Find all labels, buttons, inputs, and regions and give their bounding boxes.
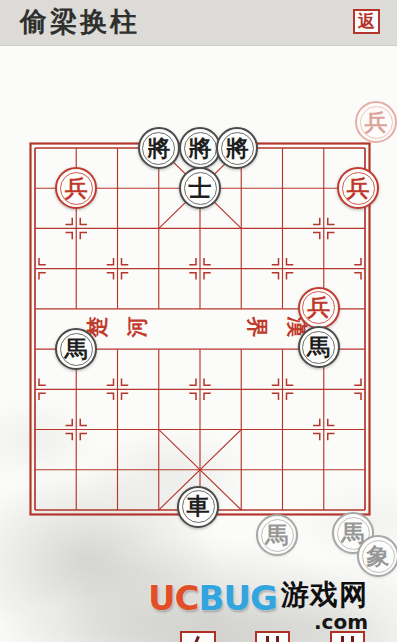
piece-兵-red[interactable]: 兵 [337,167,379,209]
piece-將-black[interactable]: 將 [138,127,180,169]
piece-馬-black[interactable]: 馬 [298,326,340,368]
back-button[interactable]: 返 [353,9,380,34]
logo-site-name: 游戏网 [281,580,368,610]
tray-piece-馬[interactable]: 馬 [256,514,298,556]
logo-uc-text: UC [148,580,199,616]
slot-glyph-stroke [193,636,200,642]
piece-將-black[interactable]: 將 [216,127,258,169]
level-title: 偷梁换柱 [20,6,140,38]
logo-bug-text: BUG [199,580,277,616]
piece-馬-black[interactable]: 馬 [55,328,97,370]
piece-將-black[interactable]: 將 [179,127,221,169]
game-screen: 楚河 界漢 將將將兵士兵兵馬馬車 兵馬馬象 UC BUG 游戏网 .com 偷梁… [0,0,397,642]
slot-glyph-stroke [266,636,269,642]
slot-glyph-stroke [276,636,279,642]
tray-piece-象[interactable]: 象 [357,535,397,577]
piece-兵-red[interactable]: 兵 [55,167,97,209]
tray-piece-兵[interactable]: 兵 [355,101,397,143]
piece-slot-box[interactable] [180,631,216,642]
logo-cn-column: 游戏网 .com [281,580,368,632]
slot-glyph-stroke [341,636,344,642]
xiangqi-board[interactable]: 將將將兵士兵兵馬馬車 [14,128,385,530]
piece-兵-red[interactable]: 兵 [298,287,340,329]
header-bar: 偷梁换柱 返 [0,0,397,46]
piece-車-black[interactable]: 車 [177,486,219,528]
slot-glyph-stroke [351,636,354,642]
ucbug-logo: UC BUG 游戏网 .com [148,580,368,632]
logo-tld: .com [314,612,368,632]
piece-士-black[interactable]: 士 [179,167,221,209]
piece-slot-box[interactable] [255,631,290,642]
